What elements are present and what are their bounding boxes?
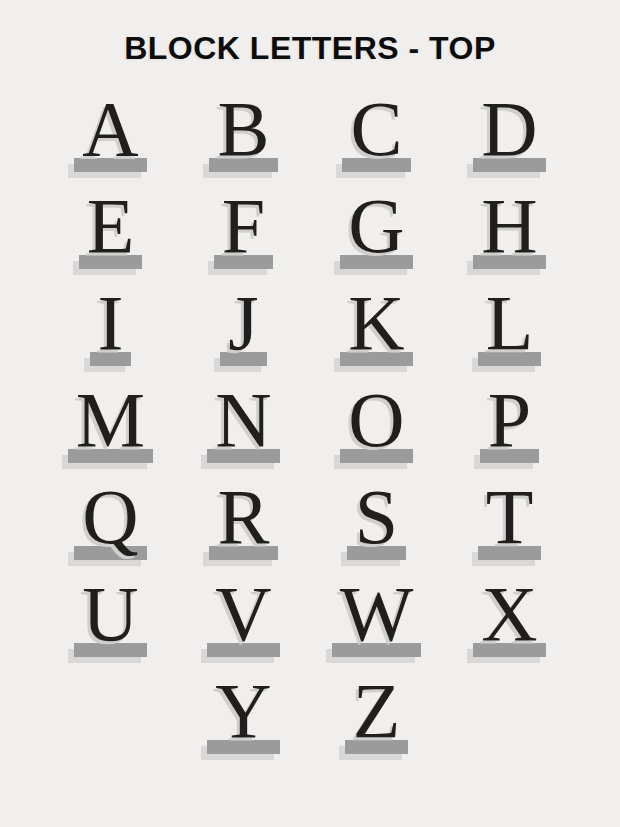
cell-I: I	[44, 269, 177, 366]
block-letter-N: N	[215, 391, 271, 463]
letter-glyph-T: T	[486, 488, 534, 546]
cell-Z: Z	[310, 657, 443, 754]
letter-glyph-K: K	[348, 294, 404, 352]
letter-glyph-U: U	[82, 585, 138, 643]
cell-D: D	[443, 75, 576, 172]
cell-K: K	[310, 269, 443, 366]
block-letter-J: J	[228, 294, 258, 366]
letters-grid: ABCDEFGHIJKLMNOPQRSTUVWXYZ	[0, 75, 620, 754]
letter-glyph-R: R	[217, 488, 269, 546]
cell-Y: Y	[177, 657, 310, 754]
cell-G: G	[310, 172, 443, 269]
letter-glyph-H: H	[481, 197, 537, 255]
cell-O: O	[310, 366, 443, 463]
block-letter-V: V	[215, 585, 271, 657]
letter-glyph-I: I	[98, 294, 124, 352]
block-letter-B: B	[217, 100, 269, 172]
page-title: BLOCK LETTERS - TOP	[0, 0, 620, 75]
cell-U: U	[44, 560, 177, 657]
block-letter-A: A	[82, 100, 138, 172]
block-letter-X: X	[481, 585, 537, 657]
block-letter-U: U	[82, 585, 138, 657]
block-letter-T: T	[486, 488, 534, 560]
block-letter-R: R	[217, 488, 269, 560]
block-letter-W: W	[340, 585, 414, 657]
block-letter-F: F	[222, 197, 265, 269]
letter-glyph-S: S	[355, 488, 398, 546]
letter-glyph-P: P	[488, 391, 531, 449]
letter-glyph-Q: Q	[82, 488, 138, 546]
letter-glyph-B: B	[217, 100, 269, 158]
letter-glyph-M: M	[76, 391, 145, 449]
cell-L: L	[443, 269, 576, 366]
block-letter-O: O	[348, 391, 404, 463]
letter-glyph-W: W	[340, 585, 414, 643]
block-letter-D: D	[481, 100, 537, 172]
block-letter-M: M	[76, 391, 145, 463]
cell-E: E	[44, 172, 177, 269]
cell-B: B	[177, 75, 310, 172]
letter-glyph-Y: Y	[215, 682, 271, 740]
block-letter-P: P	[488, 391, 531, 463]
block-letter-Y: Y	[215, 682, 271, 754]
letter-glyph-X: X	[481, 585, 537, 643]
block-letter-L: L	[486, 294, 534, 366]
cell-A: A	[44, 75, 177, 172]
letter-glyph-L: L	[486, 294, 534, 352]
cell-J: J	[177, 269, 310, 366]
cell-C: C	[310, 75, 443, 172]
letter-glyph-D: D	[481, 100, 537, 158]
block-letter-C: C	[350, 100, 402, 172]
letter-glyph-Z: Z	[353, 682, 401, 740]
cell-X: X	[443, 560, 576, 657]
letter-glyph-A: A	[82, 100, 138, 158]
letter-glyph-J: J	[228, 294, 258, 352]
block-letter-Z: Z	[353, 682, 401, 754]
cell-Q: Q	[44, 463, 177, 560]
cell-S: S	[310, 463, 443, 560]
cell-W: W	[310, 560, 443, 657]
block-letter-E: E	[87, 197, 135, 269]
cell-F: F	[177, 172, 310, 269]
block-letter-I: I	[98, 294, 124, 366]
letter-glyph-O: O	[348, 391, 404, 449]
letter-glyph-N: N	[215, 391, 271, 449]
cell-V: V	[177, 560, 310, 657]
letter-glyph-E: E	[87, 197, 135, 255]
block-letter-S: S	[355, 488, 398, 560]
cell-T: T	[443, 463, 576, 560]
cell-R: R	[177, 463, 310, 560]
cell-P: P	[443, 366, 576, 463]
cell-M: M	[44, 366, 177, 463]
block-letter-H: H	[481, 197, 537, 269]
cell-N: N	[177, 366, 310, 463]
cell-H: H	[443, 172, 576, 269]
letter-glyph-F: F	[222, 197, 265, 255]
letter-glyph-C: C	[350, 100, 402, 158]
letter-glyph-G: G	[348, 197, 404, 255]
block-letter-G: G	[348, 197, 404, 269]
block-letter-Q: Q	[82, 488, 138, 560]
letter-glyph-V: V	[215, 585, 271, 643]
block-letter-K: K	[348, 294, 404, 366]
